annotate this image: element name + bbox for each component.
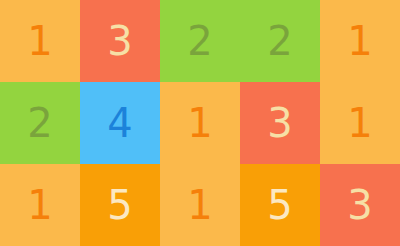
tile-r0c0[interactable]: 1 xyxy=(0,0,80,82)
tile-r1c4[interactable]: 1 xyxy=(320,82,400,164)
tile-r2c2[interactable]: 1 xyxy=(160,164,240,246)
tile-r1c1[interactable]: 4 xyxy=(80,82,160,164)
tile-r2c4[interactable]: 3 xyxy=(320,164,400,246)
tile-r1c0[interactable]: 2 xyxy=(0,82,80,164)
tile-r1c3[interactable]: 3 xyxy=(240,82,320,164)
tile-r2c3[interactable]: 5 xyxy=(240,164,320,246)
tile-r0c2[interactable]: 2 xyxy=(160,0,240,82)
tile-r0c3[interactable]: 2 xyxy=(240,0,320,82)
tile-r2c1[interactable]: 5 xyxy=(80,164,160,246)
tile-r0c4[interactable]: 1 xyxy=(320,0,400,82)
tile-r0c1[interactable]: 3 xyxy=(80,0,160,82)
game-board: 132212413115153 xyxy=(0,0,400,246)
tile-r2c0[interactable]: 1 xyxy=(0,164,80,246)
tile-r1c2[interactable]: 1 xyxy=(160,82,240,164)
